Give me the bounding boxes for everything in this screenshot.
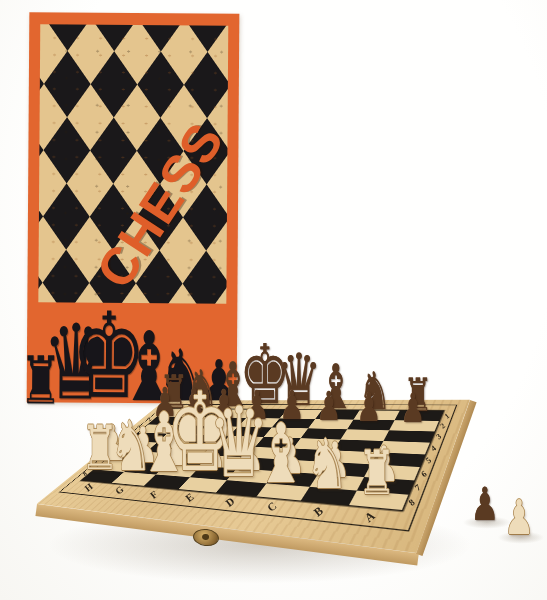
piece-dark-pawn: ♟ [317,386,342,426]
chess-box-lid: CHESS ♜♛♚♝♞♟ [27,12,240,403]
off-board-light-pawn: ♟ [504,493,534,541]
piece-light-knight: ♞ [305,430,348,499]
piece-dark-pawn: ♟ [357,387,382,427]
product-photo-chess-set: CHESS ♜♛♚♝♞♟ HGFEDCBA1122334455667788 ♜♞… [0,0,547,600]
piece-dark-pawn: ♟ [400,388,425,428]
off-board-dark-pawn: ♟ [471,481,500,527]
piece-light-bishop: ♝ [255,413,306,495]
piece-light-rook: ♜ [358,442,396,503]
